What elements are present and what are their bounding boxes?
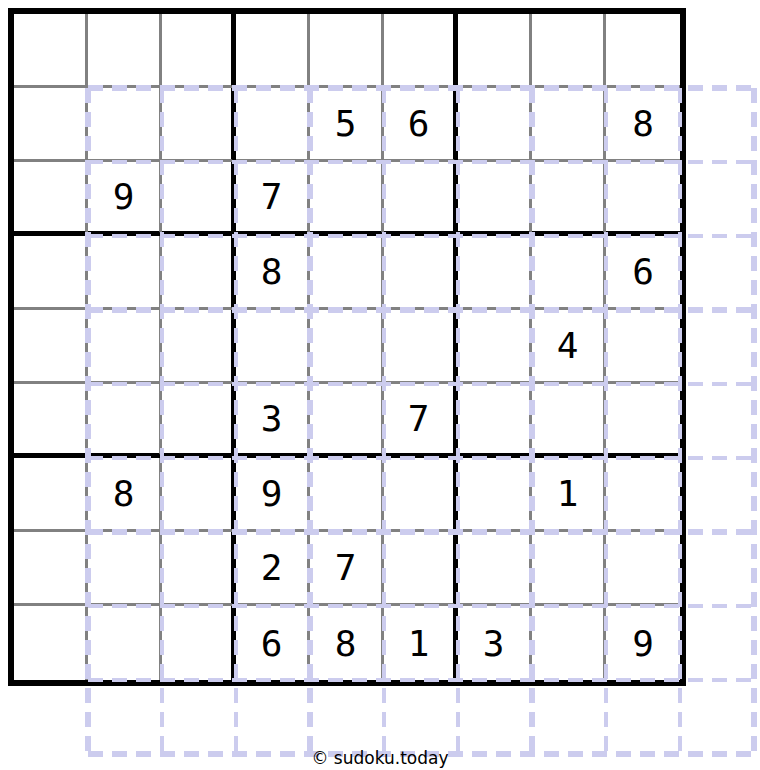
cell-r9c2[interactable]	[88, 606, 162, 680]
cell-r3c6[interactable]	[384, 162, 458, 236]
cell-r2c8[interactable]	[532, 88, 606, 162]
cell-r7c1[interactable]	[14, 458, 88, 532]
cell-r8c2[interactable]	[88, 532, 162, 606]
cell-r2c6[interactable]: 6	[384, 88, 458, 162]
cell-r4c2[interactable]	[88, 236, 162, 310]
cell-r9c6[interactable]: 1	[384, 606, 458, 680]
cell-r2c9[interactable]: 8	[606, 88, 680, 162]
cell-r1c1[interactable]	[14, 14, 88, 88]
cell-r5c7[interactable]	[458, 310, 532, 384]
cell-r1c8[interactable]	[532, 14, 606, 88]
cell-r4c8[interactable]	[532, 236, 606, 310]
cell-r3c4[interactable]: 7	[236, 162, 310, 236]
cell-r4c3[interactable]	[162, 236, 236, 310]
cell-r6c1[interactable]	[14, 384, 88, 458]
cell-r4c1[interactable]	[14, 236, 88, 310]
cell-r2c4[interactable]	[236, 88, 310, 162]
cell-r3c1[interactable]	[14, 162, 88, 236]
cell-r1c9[interactable]	[606, 14, 680, 88]
cell-r9c4[interactable]: 6	[236, 606, 310, 680]
cell-r5c5[interactable]	[310, 310, 384, 384]
cell-r6c6[interactable]: 7	[384, 384, 458, 458]
cell-r6c5[interactable]	[310, 384, 384, 458]
sudoku-grid: 5 6 8 9 7 8 6 4 3 7	[8, 8, 686, 686]
cell-r8c4[interactable]: 2	[236, 532, 310, 606]
cell-r1c4[interactable]	[236, 14, 310, 88]
cell-r2c3[interactable]	[162, 88, 236, 162]
cell-r1c6[interactable]	[384, 14, 458, 88]
cell-r3c3[interactable]	[162, 162, 236, 236]
cell-r4c4[interactable]: 8	[236, 236, 310, 310]
cell-r7c2[interactable]: 8	[88, 458, 162, 532]
dashed-vline	[751, 88, 757, 754]
sudoku-board: 5 6 8 9 7 8 6 4 3 7	[0, 0, 760, 770]
cell-r8c5[interactable]: 7	[310, 532, 384, 606]
cell-r8c1[interactable]	[14, 532, 88, 606]
copyright-text: © sudoku.today	[0, 748, 760, 768]
cell-r7c6[interactable]	[384, 458, 458, 532]
cell-r5c9[interactable]	[606, 310, 680, 384]
cell-r6c4[interactable]: 3	[236, 384, 310, 458]
cell-r1c5[interactable]	[310, 14, 384, 88]
cell-r8c3[interactable]	[162, 532, 236, 606]
cell-r7c5[interactable]	[310, 458, 384, 532]
cell-r2c2[interactable]	[88, 88, 162, 162]
cell-r9c5[interactable]: 8	[310, 606, 384, 680]
cell-r3c9[interactable]	[606, 162, 680, 236]
cell-r9c3[interactable]	[162, 606, 236, 680]
cell-r9c1[interactable]	[14, 606, 88, 680]
cell-r4c7[interactable]	[458, 236, 532, 310]
cell-r7c8[interactable]: 1	[532, 458, 606, 532]
cell-r7c4[interactable]: 9	[236, 458, 310, 532]
cell-r7c7[interactable]	[458, 458, 532, 532]
cell-r2c1[interactable]	[14, 88, 88, 162]
cell-r4c9[interactable]: 6	[606, 236, 680, 310]
cell-r6c8[interactable]	[532, 384, 606, 458]
cell-r5c4[interactable]	[236, 310, 310, 384]
cell-r9c8[interactable]	[532, 606, 606, 680]
cell-r5c6[interactable]	[384, 310, 458, 384]
cell-r6c3[interactable]	[162, 384, 236, 458]
cell-r9c9[interactable]: 9	[606, 606, 680, 680]
cell-r3c5[interactable]	[310, 162, 384, 236]
cell-r6c9[interactable]	[606, 384, 680, 458]
cell-r8c6[interactable]	[384, 532, 458, 606]
cell-r1c2[interactable]	[88, 14, 162, 88]
cell-r5c1[interactable]	[14, 310, 88, 384]
cell-r9c7[interactable]: 3	[458, 606, 532, 680]
cell-r1c3[interactable]	[162, 14, 236, 88]
cell-r6c7[interactable]	[458, 384, 532, 458]
cell-r5c8[interactable]: 4	[532, 310, 606, 384]
cell-r8c7[interactable]	[458, 532, 532, 606]
cell-r4c6[interactable]	[384, 236, 458, 310]
cell-r8c9[interactable]	[606, 532, 680, 606]
cell-r3c8[interactable]	[532, 162, 606, 236]
cell-r4c5[interactable]	[310, 236, 384, 310]
cell-r1c7[interactable]	[458, 14, 532, 88]
cell-r5c3[interactable]	[162, 310, 236, 384]
cell-r7c9[interactable]	[606, 458, 680, 532]
cell-r2c5[interactable]: 5	[310, 88, 384, 162]
cell-r3c7[interactable]	[458, 162, 532, 236]
cell-r7c3[interactable]	[162, 458, 236, 532]
cell-r8c8[interactable]	[532, 532, 606, 606]
cell-r2c7[interactable]	[458, 88, 532, 162]
cell-r6c2[interactable]	[88, 384, 162, 458]
cell-r3c2[interactable]: 9	[88, 162, 162, 236]
cell-r5c2[interactable]	[88, 310, 162, 384]
